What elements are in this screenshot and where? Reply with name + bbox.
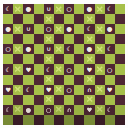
ring-icon: ○	[66, 67, 71, 73]
square-r11c6[interactable]: ×	[54, 105, 64, 115]
square-r4c8[interactable]	[74, 34, 84, 44]
square-r11c12[interactable]	[115, 105, 125, 115]
heart-icon: ♥	[5, 87, 10, 93]
x-stitch-icon: ×	[14, 25, 22, 34]
square-r11c7[interactable]: ∩	[64, 105, 74, 115]
x-stitch-icon: ×	[85, 75, 93, 84]
x-stitch-icon: ×	[85, 35, 93, 44]
square-r12c7[interactable]	[64, 115, 74, 125]
x-stitch-icon: ×	[14, 85, 22, 94]
x-stitch-icon: ×	[96, 45, 104, 54]
square-r10c5[interactable]: ×	[44, 95, 54, 105]
dot-icon: ●	[26, 47, 31, 53]
square-r8c8[interactable]	[74, 75, 84, 85]
square-r5c11[interactable]: ☾	[105, 44, 115, 54]
square-r12c9[interactable]	[84, 115, 94, 125]
dot-icon: ●	[87, 6, 92, 12]
square-r9c8[interactable]	[74, 85, 84, 95]
square-r11c3[interactable]: ●	[23, 105, 33, 115]
square-r11c4[interactable]	[34, 105, 44, 115]
square-r3c5[interactable]: ○	[44, 24, 54, 34]
square-r4c10[interactable]	[95, 34, 105, 44]
square-r8c3[interactable]	[23, 75, 33, 85]
square-r6c5[interactable]: ×	[44, 54, 54, 64]
crescent-icon: ☾	[107, 107, 112, 113]
x-stitch-icon: ×	[55, 5, 63, 14]
square-r4c4[interactable]	[34, 34, 44, 44]
square-r10c7[interactable]	[64, 95, 74, 105]
square-r1c5[interactable]: ∪	[44, 4, 54, 14]
square-r8c2[interactable]	[13, 75, 23, 85]
square-r7c8[interactable]	[74, 64, 84, 74]
square-r5c6[interactable]: ×	[54, 44, 64, 54]
square-r1c12[interactable]	[115, 4, 125, 14]
x-stitch-icon: ×	[85, 55, 93, 64]
square-r7c9[interactable]: ♥	[84, 64, 94, 74]
square-r6c3[interactable]	[23, 54, 33, 64]
square-r12c10[interactable]	[95, 115, 105, 125]
square-r5c2[interactable]: ×	[13, 44, 23, 54]
square-r12c11[interactable]	[105, 115, 115, 125]
square-r4c2[interactable]	[13, 34, 23, 44]
x-stitch-icon: ×	[55, 65, 63, 74]
square-r7c7[interactable]: ○	[64, 64, 74, 74]
square-r9c11[interactable]: ♥	[105, 85, 115, 95]
x-stitch-icon: ×	[45, 75, 53, 84]
square-r4c12[interactable]	[115, 34, 125, 44]
square-r10c9[interactable]: ×	[84, 95, 94, 105]
x-stitch-icon: ×	[45, 55, 53, 64]
x-stitch-icon: ×	[55, 85, 63, 94]
square-r7c5[interactable]: ☾	[44, 64, 54, 74]
square-r11c9[interactable]: ♥	[84, 105, 94, 115]
square-r5c5[interactable]: ∪	[44, 44, 54, 54]
square-r1c11[interactable]: ☾	[105, 4, 115, 14]
x-stitch-icon: ×	[96, 65, 104, 74]
x-stitch-icon: ×	[14, 5, 22, 14]
square-r11c2[interactable]: ×	[13, 105, 23, 115]
x-stitch-icon: ×	[55, 45, 63, 54]
heart-icon: ♥	[107, 87, 112, 93]
square-r9c2[interactable]: ×	[13, 85, 23, 95]
square-r6c10[interactable]	[95, 54, 105, 64]
square-r9c6[interactable]: ×	[54, 85, 64, 95]
x-stitch-icon: ×	[45, 15, 53, 24]
square-r3c3[interactable]: ∪	[23, 24, 33, 34]
square-r1c4[interactable]	[34, 4, 44, 14]
square-r3c6[interactable]: ×	[54, 24, 64, 34]
square-r12c12[interactable]	[115, 115, 125, 125]
square-r9c12[interactable]	[115, 85, 125, 95]
square-r12c6[interactable]	[54, 115, 64, 125]
square-r4c6[interactable]	[54, 34, 64, 44]
crescent-icon: ☾	[5, 6, 10, 12]
square-r4c9[interactable]: ×	[84, 34, 94, 44]
square-r9c10[interactable]: ×	[95, 85, 105, 95]
square-r3c4[interactable]	[34, 24, 44, 34]
square-r10c3[interactable]	[23, 95, 33, 105]
square-r2c7[interactable]	[64, 14, 74, 24]
square-r2c2[interactable]	[13, 14, 23, 24]
square-r5c7[interactable]: ☾	[64, 44, 74, 54]
ring-icon: ○	[46, 107, 51, 113]
x-stitch-icon: ×	[85, 15, 93, 24]
crescent-icon: ☾	[5, 67, 10, 73]
square-r7c11[interactable]: ○	[105, 64, 115, 74]
square-r2c11[interactable]	[105, 14, 115, 24]
cup-icon: ∪	[47, 6, 51, 12]
square-r5c4[interactable]	[34, 44, 44, 54]
square-r6c9[interactable]: ×	[84, 54, 94, 64]
x-stitch-icon: ×	[55, 105, 63, 114]
square-r6c8[interactable]	[74, 54, 84, 64]
square-r2c5[interactable]: ×	[44, 14, 54, 24]
square-r12c4[interactable]	[34, 115, 44, 125]
square-r1c8[interactable]	[74, 4, 84, 14]
square-r6c12[interactable]	[115, 54, 125, 64]
heart-icon: ♥	[26, 67, 31, 73]
square-r10c10[interactable]	[95, 95, 105, 105]
square-r3c11[interactable]: ●	[105, 24, 115, 34]
square-r7c4[interactable]	[34, 64, 44, 74]
square-r11c11[interactable]: ☾	[105, 105, 115, 115]
square-r8c1[interactable]	[3, 75, 13, 85]
square-r8c9[interactable]: ×	[84, 75, 94, 85]
square-r1c7[interactable]: ○	[64, 4, 74, 14]
dot-icon: ●	[26, 6, 31, 12]
square-r12c1[interactable]	[3, 115, 13, 125]
square-r10c11[interactable]	[105, 95, 115, 105]
square-r5c8[interactable]	[74, 44, 84, 54]
x-stitch-icon: ×	[85, 95, 93, 104]
x-stitch-icon: ×	[96, 5, 104, 14]
dot-icon: ●	[107, 26, 112, 32]
square-r3c7[interactable]: ●	[64, 24, 74, 34]
square-r1c3[interactable]: ●	[23, 4, 33, 14]
cup-icon: ∪	[26, 26, 30, 32]
square-r12c8[interactable]	[74, 115, 84, 125]
square-r2c3[interactable]	[23, 14, 33, 24]
dot-icon: ●	[87, 47, 92, 53]
square-r5c1[interactable]: ○	[3, 44, 13, 54]
x-stitch-icon: ×	[14, 45, 22, 54]
x-stitch-icon: ×	[55, 25, 63, 34]
square-r12c2[interactable]	[13, 115, 23, 125]
square-r2c8[interactable]	[74, 14, 84, 24]
board-grid: ☾×●∪×○●×☾××●×∪○×●☾×●××○×●∪×☾●×☾××☾×♥☾×○♥…	[3, 4, 125, 125]
square-r3c12[interactable]	[115, 24, 125, 34]
square-r9c4[interactable]	[34, 85, 44, 95]
dot-icon: ●	[66, 26, 71, 32]
square-r6c4[interactable]	[34, 54, 44, 64]
x-stitch-icon: ×	[96, 25, 104, 34]
square-r9c3[interactable]: ☾	[23, 85, 33, 95]
crescent-icon: ☾	[107, 47, 112, 53]
crescent-icon: ☾	[26, 87, 31, 93]
square-r8c4[interactable]	[34, 75, 44, 85]
square-r7c12[interactable]	[115, 64, 125, 74]
square-r2c12[interactable]	[115, 14, 125, 24]
square-r6c2[interactable]	[13, 54, 23, 64]
square-r2c4[interactable]	[34, 14, 44, 24]
square-r10c1[interactable]	[3, 95, 13, 105]
square-r8c6[interactable]	[54, 75, 64, 85]
square-r2c10[interactable]	[95, 14, 105, 24]
ring-icon: ○	[66, 6, 71, 12]
x-stitch-icon: ×	[45, 35, 53, 44]
square-r1c10[interactable]: ×	[95, 4, 105, 14]
crescent-icon: ☾	[107, 6, 112, 12]
square-r9c1[interactable]: ♥	[3, 85, 13, 95]
square-r3c8[interactable]	[74, 24, 84, 34]
square-r8c7[interactable]	[64, 75, 74, 85]
square-r2c9[interactable]: ×	[84, 14, 94, 24]
square-r7c1[interactable]: ☾	[3, 64, 13, 74]
square-r11c10[interactable]: ×	[95, 105, 105, 115]
square-r7c2[interactable]: ×	[13, 64, 23, 74]
square-r5c12[interactable]	[115, 44, 125, 54]
x-stitch-icon: ×	[14, 65, 22, 74]
square-r11c1[interactable]: ☾	[3, 105, 13, 115]
square-r6c7[interactable]	[64, 54, 74, 64]
square-r6c11[interactable]	[105, 54, 115, 64]
square-r10c4[interactable]	[34, 95, 44, 105]
square-r6c6[interactable]	[54, 54, 64, 64]
x-stitch-icon: ×	[14, 105, 22, 114]
square-r12c3[interactable]	[23, 115, 33, 125]
square-r10c6[interactable]	[54, 95, 64, 105]
square-r5c9[interactable]: ●	[84, 44, 94, 54]
square-r7c3[interactable]: ♥	[23, 64, 33, 74]
square-r5c10[interactable]: ×	[95, 44, 105, 54]
square-r4c11[interactable]	[105, 34, 115, 44]
square-r4c7[interactable]	[64, 34, 74, 44]
square-r9c9[interactable]: ∩	[84, 85, 94, 95]
square-r10c2[interactable]	[13, 95, 23, 105]
square-r4c3[interactable]	[23, 34, 33, 44]
x-stitch-icon: ×	[45, 95, 53, 104]
square-r1c9[interactable]: ●	[84, 4, 94, 14]
square-r10c12[interactable]	[115, 95, 125, 105]
square-r2c6[interactable]	[54, 14, 64, 24]
square-r2c1[interactable]	[3, 14, 13, 24]
arch-icon: ∩	[67, 107, 71, 113]
square-r8c10[interactable]	[95, 75, 105, 85]
crescent-icon: ☾	[66, 47, 71, 53]
square-r11c5[interactable]: ○	[44, 105, 54, 115]
square-r3c9[interactable]: ☾	[84, 24, 94, 34]
square-r6c1[interactable]	[3, 54, 13, 64]
square-r4c5[interactable]: ×	[44, 34, 54, 44]
heart-icon: ♥	[87, 107, 92, 113]
square-r7c6[interactable]: ×	[54, 64, 64, 74]
heart-icon: ♥	[87, 67, 92, 73]
crescent-icon: ☾	[46, 67, 51, 73]
dot-icon: ●	[26, 107, 31, 113]
x-stitch-icon: ×	[96, 85, 104, 94]
arch-icon: ∩	[87, 87, 91, 93]
square-r9c7[interactable]: ○	[64, 85, 74, 95]
heart-icon: ♥	[46, 87, 51, 93]
crescent-icon: ☾	[87, 26, 92, 32]
square-r12c5[interactable]	[44, 115, 54, 125]
square-r3c1[interactable]: ●	[3, 24, 13, 34]
dot-icon: ●	[5, 26, 10, 32]
x-stitch-icon: ×	[96, 105, 104, 114]
ring-icon: ○	[46, 26, 51, 32]
square-r1c1[interactable]: ☾	[3, 4, 13, 14]
square-r1c2[interactable]: ×	[13, 4, 23, 14]
square-r1c6[interactable]: ×	[54, 4, 64, 14]
ring-icon: ○	[5, 47, 10, 53]
square-r3c10[interactable]: ×	[95, 24, 105, 34]
crescent-icon: ☾	[5, 107, 10, 113]
checkerboard: ☾×●∪×○●×☾××●×∪○×●☾×●××○×●∪×☾●×☾××☾×♥☾×○♥…	[3, 4, 125, 125]
ring-icon: ○	[107, 67, 112, 73]
square-r8c11[interactable]	[105, 75, 115, 85]
square-r4c1[interactable]	[3, 34, 13, 44]
square-r11c8[interactable]	[74, 105, 84, 115]
square-r7c10[interactable]: ×	[95, 64, 105, 74]
square-r8c5[interactable]: ×	[44, 75, 54, 85]
cup-icon: ∪	[47, 47, 51, 53]
ring-icon: ○	[66, 87, 71, 93]
square-r5c3[interactable]: ●	[23, 44, 33, 54]
square-r9c5[interactable]: ♥	[44, 85, 54, 95]
square-r10c8[interactable]	[74, 95, 84, 105]
square-r8c12[interactable]	[115, 75, 125, 85]
square-r3c2[interactable]: ×	[13, 24, 23, 34]
